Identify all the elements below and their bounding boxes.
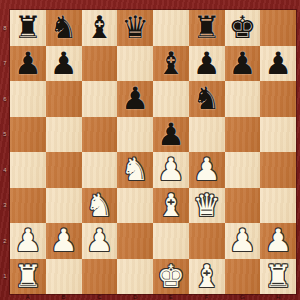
piece-white-rook: ♜ — [14, 261, 42, 292]
square-e8[interactable] — [153, 10, 189, 46]
square-a7[interactable]: ♟ — [10, 46, 46, 82]
square-h6[interactable] — [260, 81, 296, 117]
square-b4[interactable] — [46, 152, 82, 188]
square-d5[interactable] — [117, 117, 153, 153]
square-h4[interactable] — [260, 152, 296, 188]
square-a5[interactable] — [10, 117, 46, 153]
square-f3[interactable]: ♛ — [189, 188, 225, 224]
piece-white-knight: ♞ — [85, 190, 113, 221]
piece-black-rook: ♜ — [14, 12, 42, 43]
square-h7[interactable]: ♟ — [260, 46, 296, 82]
square-c7[interactable] — [82, 46, 118, 82]
square-g3[interactable] — [225, 188, 261, 224]
square-b6[interactable] — [46, 81, 82, 117]
chess-diagram-frame: ♜♞♝♛♜♚♟♟♝♟♟♟♟♞♟♞♟♟♞♝♛♟♟♟♟♟♜♚♝♜ 87654321A… — [0, 0, 300, 300]
square-a1[interactable]: ♜ — [10, 259, 46, 295]
square-c3[interactable]: ♞ — [82, 188, 118, 224]
square-b5[interactable] — [46, 117, 82, 153]
file-label-c: C — [82, 294, 118, 300]
square-f2[interactable] — [189, 223, 225, 259]
square-f6[interactable]: ♞ — [189, 81, 225, 117]
rank-label-1: 1 — [0, 273, 10, 279]
piece-white-king: ♚ — [157, 261, 185, 292]
square-g6[interactable] — [225, 81, 261, 117]
piece-white-pawn: ♟ — [264, 225, 292, 256]
square-f5[interactable] — [189, 117, 225, 153]
square-d4[interactable]: ♞ — [117, 152, 153, 188]
file-label-d: D — [117, 294, 153, 300]
piece-white-pawn: ♟ — [85, 225, 113, 256]
square-b7[interactable]: ♟ — [46, 46, 82, 82]
square-d1[interactable] — [117, 259, 153, 295]
square-f8[interactable]: ♜ — [189, 10, 225, 46]
chess-board: ♜♞♝♛♜♚♟♟♝♟♟♟♟♞♟♞♟♟♞♝♛♟♟♟♟♟♜♚♝♜ — [10, 10, 296, 294]
square-g8[interactable]: ♚ — [225, 10, 261, 46]
rank-label-3: 3 — [0, 202, 10, 208]
piece-white-bishop: ♝ — [193, 261, 221, 292]
square-g7[interactable]: ♟ — [225, 46, 261, 82]
file-label-a: A — [10, 294, 46, 300]
square-e5[interactable]: ♟ — [153, 117, 189, 153]
square-e4[interactable]: ♟ — [153, 152, 189, 188]
square-f4[interactable]: ♟ — [189, 152, 225, 188]
piece-black-bishop: ♝ — [85, 12, 113, 43]
square-g1[interactable] — [225, 259, 261, 295]
square-g2[interactable]: ♟ — [225, 223, 261, 259]
piece-black-pawn: ♟ — [264, 48, 292, 79]
square-h5[interactable] — [260, 117, 296, 153]
piece-black-pawn: ♟ — [228, 48, 256, 79]
square-d2[interactable] — [117, 223, 153, 259]
square-h1[interactable]: ♜ — [260, 259, 296, 295]
rank-label-8: 8 — [0, 25, 10, 31]
square-b8[interactable]: ♞ — [46, 10, 82, 46]
square-h8[interactable] — [260, 10, 296, 46]
square-g4[interactable] — [225, 152, 261, 188]
piece-black-king: ♚ — [228, 12, 256, 43]
square-h2[interactable]: ♟ — [260, 223, 296, 259]
rank-label-4: 4 — [0, 167, 10, 173]
rank-label-5: 5 — [0, 131, 10, 137]
piece-black-knight: ♞ — [50, 12, 78, 43]
piece-white-pawn: ♟ — [14, 225, 42, 256]
piece-white-pawn: ♟ — [228, 225, 256, 256]
piece-black-queen: ♛ — [121, 12, 149, 43]
square-d6[interactable]: ♟ — [117, 81, 153, 117]
square-g5[interactable] — [225, 117, 261, 153]
file-label-h: H — [260, 294, 296, 300]
piece-white-bishop: ♝ — [157, 190, 185, 221]
square-d8[interactable]: ♛ — [117, 10, 153, 46]
square-f1[interactable]: ♝ — [189, 259, 225, 295]
square-a8[interactable]: ♜ — [10, 10, 46, 46]
square-e2[interactable] — [153, 223, 189, 259]
square-f7[interactable]: ♟ — [189, 46, 225, 82]
piece-black-pawn: ♟ — [50, 48, 78, 79]
square-d3[interactable] — [117, 188, 153, 224]
file-label-f: F — [189, 294, 225, 300]
rank-label-2: 2 — [0, 238, 10, 244]
square-e6[interactable] — [153, 81, 189, 117]
rank-label-7: 7 — [0, 60, 10, 66]
piece-black-pawn: ♟ — [14, 48, 42, 79]
piece-black-pawn: ♟ — [193, 48, 221, 79]
square-c2[interactable]: ♟ — [82, 223, 118, 259]
square-d7[interactable] — [117, 46, 153, 82]
square-b1[interactable] — [46, 259, 82, 295]
square-a3[interactable] — [10, 188, 46, 224]
piece-white-pawn: ♟ — [193, 154, 221, 185]
file-label-e: E — [153, 294, 189, 300]
square-b3[interactable] — [46, 188, 82, 224]
square-a4[interactable] — [10, 152, 46, 188]
piece-black-bishop: ♝ — [157, 48, 185, 79]
piece-white-queen: ♛ — [193, 190, 221, 221]
piece-black-pawn: ♟ — [157, 119, 185, 150]
rank-label-6: 6 — [0, 96, 10, 102]
piece-black-knight: ♞ — [193, 83, 221, 114]
piece-black-pawn: ♟ — [121, 83, 149, 114]
piece-white-rook: ♜ — [264, 261, 292, 292]
square-c6[interactable] — [82, 81, 118, 117]
file-label-g: G — [225, 294, 261, 300]
piece-black-rook: ♜ — [193, 12, 221, 43]
square-e3[interactable]: ♝ — [153, 188, 189, 224]
piece-white-knight: ♞ — [121, 154, 149, 185]
piece-white-pawn: ♟ — [157, 154, 185, 185]
square-e7[interactable]: ♝ — [153, 46, 189, 82]
square-b2[interactable]: ♟ — [46, 223, 82, 259]
file-label-b: B — [46, 294, 82, 300]
square-h3[interactable] — [260, 188, 296, 224]
square-c1[interactable] — [82, 259, 118, 295]
piece-white-pawn: ♟ — [50, 225, 78, 256]
square-c8[interactable]: ♝ — [82, 10, 118, 46]
square-a6[interactable] — [10, 81, 46, 117]
square-a2[interactable]: ♟ — [10, 223, 46, 259]
square-c5[interactable] — [82, 117, 118, 153]
square-c4[interactable] — [82, 152, 118, 188]
square-e1[interactable]: ♚ — [153, 259, 189, 295]
